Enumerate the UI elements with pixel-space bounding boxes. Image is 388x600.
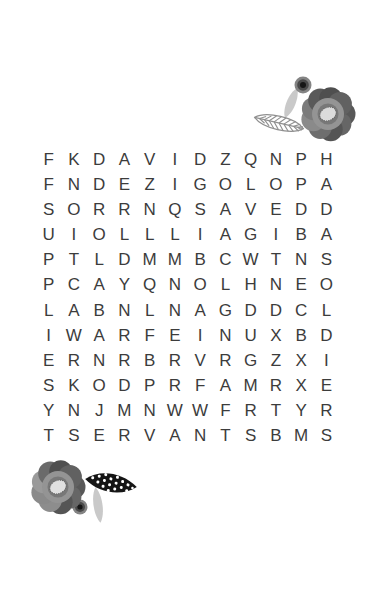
grid-cell[interactable]: B bbox=[137, 348, 162, 373]
grid-cell[interactable]: N bbox=[263, 147, 288, 172]
grid-cell[interactable]: A bbox=[213, 197, 238, 222]
grid-cell[interactable]: T bbox=[61, 248, 86, 273]
grid-cell[interactable]: O bbox=[213, 172, 238, 197]
grid-cell[interactable]: U bbox=[238, 323, 263, 348]
flower-cluster-bottom-left bbox=[15, 455, 145, 530]
grid-cell[interactable]: S bbox=[314, 424, 339, 449]
grid-cell[interactable]: C bbox=[213, 248, 238, 273]
grid-cell[interactable]: K bbox=[61, 147, 86, 172]
grid-cell[interactable]: I bbox=[188, 323, 213, 348]
grid-cell[interactable]: Q bbox=[137, 273, 162, 298]
grid-cell[interactable]: I bbox=[36, 323, 61, 348]
grid-cell[interactable]: A bbox=[87, 323, 112, 348]
grid-cell[interactable]: X bbox=[263, 323, 288, 348]
grid-cell[interactable]: N bbox=[289, 248, 314, 273]
grid-cell[interactable]: E bbox=[162, 323, 187, 348]
grid-cell[interactable]: R bbox=[213, 348, 238, 373]
grid-cell[interactable]: V bbox=[238, 197, 263, 222]
grid-cell[interactable]: V bbox=[137, 147, 162, 172]
grid-cell[interactable]: I bbox=[314, 348, 339, 373]
grid-cell[interactable]: W bbox=[238, 248, 263, 273]
grid-cell[interactable]: R bbox=[112, 348, 137, 373]
grid-cell[interactable]: A bbox=[314, 222, 339, 247]
grid-cell[interactable]: G bbox=[238, 222, 263, 247]
grid-cell[interactable]: L bbox=[314, 298, 339, 323]
grid-cell[interactable]: Y bbox=[289, 399, 314, 424]
grid-cell[interactable]: G bbox=[188, 172, 213, 197]
grid-cell[interactable]: F bbox=[188, 373, 213, 398]
grid-cell[interactable]: Q bbox=[162, 197, 187, 222]
grid-cell[interactable]: M bbox=[289, 424, 314, 449]
grid-cell[interactable]: R bbox=[314, 399, 339, 424]
grid-cell[interactable]: H bbox=[314, 147, 339, 172]
word-search-grid: FKDAVIDZQNPHFNDEZIGOLOPASORRNQSAVEDDUIOL… bbox=[36, 147, 339, 449]
flower-icon bbox=[301, 87, 355, 141]
grid-cell[interactable]: R bbox=[112, 197, 137, 222]
grid-cell[interactable]: L bbox=[112, 222, 137, 247]
flower-bud-icon bbox=[295, 77, 312, 94]
grid-cell[interactable]: N bbox=[162, 273, 187, 298]
grid-cell[interactable]: B bbox=[87, 298, 112, 323]
grid-cell[interactable]: V bbox=[137, 424, 162, 449]
grid-cell[interactable]: D bbox=[87, 147, 112, 172]
grid-cell[interactable]: N bbox=[112, 298, 137, 323]
grid-cell[interactable]: P bbox=[289, 147, 314, 172]
grid-cell[interactable]: A bbox=[61, 298, 86, 323]
grid-cell[interactable]: S bbox=[188, 197, 213, 222]
flower-cluster-top-right bbox=[248, 60, 360, 148]
grid-cell[interactable]: Z bbox=[213, 147, 238, 172]
grid-cell[interactable]: N bbox=[188, 424, 213, 449]
grid-cell[interactable]: E bbox=[87, 424, 112, 449]
grid-cell[interactable]: P bbox=[137, 373, 162, 398]
grid-cell[interactable]: T bbox=[213, 424, 238, 449]
grid-cell[interactable]: O bbox=[263, 172, 288, 197]
grid-cell[interactable]: R bbox=[112, 424, 137, 449]
grid-cell[interactable]: I bbox=[61, 222, 86, 247]
grid-cell[interactable]: L bbox=[87, 248, 112, 273]
grid-cell[interactable]: N bbox=[162, 298, 187, 323]
leaf-light-icon bbox=[91, 487, 105, 524]
grid-cell[interactable]: H bbox=[238, 273, 263, 298]
grid-cell[interactable]: Y bbox=[36, 399, 61, 424]
grid-cell[interactable]: U bbox=[36, 222, 61, 247]
grid-cell[interactable]: O bbox=[61, 197, 86, 222]
grid-cell[interactable]: N bbox=[137, 197, 162, 222]
grid-cell[interactable]: R bbox=[162, 348, 187, 373]
grid-cell[interactable]: O bbox=[87, 222, 112, 247]
grid-cell[interactable]: O bbox=[314, 273, 339, 298]
grid-cell[interactable]: I bbox=[188, 222, 213, 247]
grid-cell[interactable]: N bbox=[61, 172, 86, 197]
word-search-page: FKDAVIDZQNPHFNDEZIGOLOPASORRNQSAVEDDUIOL… bbox=[0, 0, 388, 600]
grid-cell[interactable]: R bbox=[238, 399, 263, 424]
grid-cell[interactable]: W bbox=[188, 399, 213, 424]
grid-cell[interactable]: D bbox=[314, 323, 339, 348]
grid-cell[interactable]: E bbox=[314, 373, 339, 398]
grid-cell[interactable]: S bbox=[61, 424, 86, 449]
grid-cell[interactable]: R bbox=[263, 373, 288, 398]
grid-cell[interactable]: T bbox=[263, 399, 288, 424]
grid-cell[interactable]: L bbox=[137, 222, 162, 247]
grid-cell[interactable]: A bbox=[87, 273, 112, 298]
grid-cell[interactable]: S bbox=[36, 197, 61, 222]
grid-cell[interactable]: P bbox=[36, 273, 61, 298]
grid-cell[interactable]: B bbox=[289, 222, 314, 247]
grid-cell[interactable]: F bbox=[213, 399, 238, 424]
grid-cell[interactable]: E bbox=[112, 172, 137, 197]
grid-cell[interactable]: I bbox=[162, 147, 187, 172]
grid-cell[interactable]: T bbox=[36, 424, 61, 449]
grid-cell[interactable]: M bbox=[238, 373, 263, 398]
grid-cell[interactable]: Z bbox=[263, 348, 288, 373]
grid-cell[interactable]: M bbox=[112, 399, 137, 424]
grid-cell[interactable]: N bbox=[213, 323, 238, 348]
grid-cell[interactable]: N bbox=[61, 399, 86, 424]
grid-cell[interactable]: F bbox=[36, 172, 61, 197]
grid-cell[interactable]: R bbox=[162, 373, 187, 398]
grid-cell[interactable]: E bbox=[263, 197, 288, 222]
grid-cell[interactable]: E bbox=[36, 348, 61, 373]
grid-cell[interactable]: S bbox=[36, 373, 61, 398]
grid-cell[interactable]: X bbox=[289, 373, 314, 398]
grid-cell[interactable]: D bbox=[112, 373, 137, 398]
grid-cell[interactable]: G bbox=[238, 348, 263, 373]
grid-cell[interactable]: A bbox=[213, 222, 238, 247]
leaf-polka-dot-icon bbox=[84, 468, 139, 498]
grid-cell[interactable]: D bbox=[87, 172, 112, 197]
grid-cell[interactable]: B bbox=[188, 248, 213, 273]
grid-cell[interactable]: B bbox=[263, 424, 288, 449]
grid-cell[interactable]: D bbox=[263, 298, 288, 323]
grid-cell[interactable]: K bbox=[61, 373, 86, 398]
grid-cell[interactable]: M bbox=[137, 248, 162, 273]
grid-cell[interactable]: Q bbox=[238, 147, 263, 172]
grid-cell[interactable]: E bbox=[289, 273, 314, 298]
grid-cell[interactable]: W bbox=[162, 399, 187, 424]
leaf-striped-icon bbox=[253, 111, 305, 135]
grid-cell[interactable]: A bbox=[112, 147, 137, 172]
grid-cell[interactable]: A bbox=[314, 172, 339, 197]
grid-cell[interactable]: L bbox=[162, 222, 187, 247]
grid-cell[interactable]: R bbox=[112, 323, 137, 348]
grid-cell[interactable]: D bbox=[289, 197, 314, 222]
grid-cell[interactable]: F bbox=[137, 323, 162, 348]
grid-cell[interactable]: R bbox=[61, 348, 86, 373]
grid-cell[interactable]: X bbox=[289, 348, 314, 373]
grid-cell[interactable]: M bbox=[162, 248, 187, 273]
grid-cell[interactable]: N bbox=[87, 348, 112, 373]
grid-cell[interactable]: L bbox=[36, 298, 61, 323]
grid-cell[interactable]: A bbox=[162, 424, 187, 449]
grid-cell[interactable]: I bbox=[162, 172, 187, 197]
grid-cell[interactable]: C bbox=[289, 298, 314, 323]
grid-cell[interactable]: I bbox=[263, 222, 288, 247]
grid-cell[interactable]: L bbox=[137, 298, 162, 323]
grid-cell[interactable]: G bbox=[213, 298, 238, 323]
grid-cell[interactable]: P bbox=[289, 172, 314, 197]
grid-cell[interactable]: O bbox=[188, 273, 213, 298]
grid-cell[interactable]: D bbox=[314, 197, 339, 222]
grid-cell[interactable]: C bbox=[61, 273, 86, 298]
grid-cell[interactable]: A bbox=[188, 298, 213, 323]
grid-cell[interactable]: Y bbox=[112, 273, 137, 298]
grid-cell[interactable]: P bbox=[36, 248, 61, 273]
grid-cell[interactable]: Z bbox=[137, 172, 162, 197]
grid-cell[interactable]: F bbox=[36, 147, 61, 172]
grid-cell[interactable]: D bbox=[238, 298, 263, 323]
grid-cell[interactable]: O bbox=[87, 373, 112, 398]
grid-cell[interactable]: R bbox=[87, 197, 112, 222]
grid-cell[interactable]: N bbox=[263, 273, 288, 298]
grid-cell[interactable]: L bbox=[238, 172, 263, 197]
grid-cell[interactable]: N bbox=[137, 399, 162, 424]
grid-cell[interactable]: V bbox=[188, 348, 213, 373]
grid-cell[interactable]: D bbox=[188, 147, 213, 172]
grid-cell[interactable]: A bbox=[213, 373, 238, 398]
grid-cell[interactable]: T bbox=[263, 248, 288, 273]
grid-cell[interactable]: B bbox=[289, 323, 314, 348]
grid-cell[interactable]: S bbox=[238, 424, 263, 449]
grid-cell[interactable]: J bbox=[87, 399, 112, 424]
grid-cell[interactable]: S bbox=[314, 248, 339, 273]
grid-cell[interactable]: D bbox=[112, 248, 137, 273]
grid-cell[interactable]: L bbox=[213, 273, 238, 298]
grid-cell[interactable]: W bbox=[61, 323, 86, 348]
